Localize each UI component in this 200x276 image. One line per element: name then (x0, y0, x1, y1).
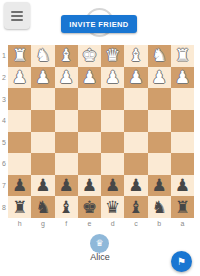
square-h2[interactable]: ♟ (8, 67, 31, 89)
square-c7[interactable]: ♟ (124, 175, 147, 197)
piece-br: ♜ (12, 199, 27, 216)
piece-bp: ♟ (128, 177, 143, 194)
piece-bp: ♟ (59, 177, 74, 194)
piece-wr: ♜ (12, 47, 27, 64)
rank-label-4: 4 (0, 110, 8, 132)
square-a6[interactable] (171, 153, 194, 175)
square-c4[interactable] (124, 110, 147, 132)
square-e4[interactable] (78, 110, 101, 132)
square-d7[interactable]: ♟ (101, 175, 124, 197)
square-a5[interactable] (171, 132, 194, 154)
piece-bp: ♟ (175, 177, 190, 194)
piece-wp: ♟ (128, 69, 143, 86)
square-f3[interactable] (55, 88, 78, 110)
player-avatar[interactable]: ♛ (90, 234, 109, 253)
square-e8[interactable]: ♚ (78, 196, 101, 218)
square-f8[interactable]: ♝ (55, 196, 78, 218)
square-g1[interactable]: ♞ (31, 45, 54, 67)
piece-bp: ♟ (82, 177, 97, 194)
square-e5[interactable] (78, 132, 101, 154)
piece-wb: ♝ (128, 47, 143, 64)
square-a7[interactable]: ♟ (171, 175, 194, 197)
square-f5[interactable] (55, 132, 78, 154)
square-b5[interactable] (148, 132, 171, 154)
piece-bb: ♝ (59, 199, 74, 216)
square-b7[interactable]: ♟ (148, 175, 171, 197)
square-f2[interactable]: ♟ (55, 67, 78, 89)
piece-bp: ♟ (35, 177, 50, 194)
menu-button[interactable] (4, 2, 30, 29)
square-g8[interactable]: ♞ (31, 196, 54, 218)
square-h1[interactable]: ♜ (8, 45, 31, 67)
square-b2[interactable]: ♟ (148, 67, 171, 89)
square-c3[interactable] (124, 88, 147, 110)
rank-label-3: 3 (0, 88, 8, 110)
square-a4[interactable] (171, 110, 194, 132)
square-h5[interactable] (8, 132, 31, 154)
square-g7[interactable]: ♟ (31, 175, 54, 197)
square-e6[interactable] (78, 153, 101, 175)
square-g5[interactable] (31, 132, 54, 154)
square-h3[interactable] (8, 88, 31, 110)
rank-label-8: 8 (0, 196, 8, 218)
square-a1[interactable]: ♜ (171, 45, 194, 67)
square-b6[interactable] (148, 153, 171, 175)
piece-bn: ♞ (35, 199, 50, 216)
square-f7[interactable]: ♟ (55, 175, 78, 197)
piece-bp: ♟ (105, 177, 120, 194)
piece-wp: ♟ (152, 69, 167, 86)
square-b3[interactable] (148, 88, 171, 110)
piece-wr: ♜ (175, 47, 190, 64)
square-c5[interactable] (124, 132, 147, 154)
square-c1[interactable]: ♝ (124, 45, 147, 67)
rank-label-5: 5 (0, 132, 8, 154)
square-g6[interactable] (31, 153, 54, 175)
file-label-e: e (78, 220, 101, 227)
piece-wb: ♝ (59, 47, 74, 64)
piece-bk: ♚ (82, 199, 97, 216)
square-c2[interactable]: ♟ (124, 67, 147, 89)
piece-wn: ♞ (35, 47, 50, 64)
file-label-h: h (8, 220, 31, 227)
file-labels: hgfedcba (8, 220, 194, 227)
square-a8[interactable]: ♜ (171, 196, 194, 218)
square-h6[interactable] (8, 153, 31, 175)
piece-wq: ♛ (105, 47, 120, 64)
piece-bp: ♟ (12, 177, 27, 194)
flag-fab-button[interactable]: ⚑ (171, 251, 192, 272)
square-f4[interactable] (55, 110, 78, 132)
square-d6[interactable] (101, 153, 124, 175)
square-d1[interactable]: ♛ (101, 45, 124, 67)
file-label-d: d (101, 220, 124, 227)
square-d4[interactable] (101, 110, 124, 132)
square-g2[interactable]: ♟ (31, 67, 54, 89)
square-b1[interactable]: ♞ (148, 45, 171, 67)
file-label-c: c (124, 220, 147, 227)
square-c8[interactable]: ♝ (124, 196, 147, 218)
hamburger-icon (11, 11, 23, 21)
square-e7[interactable]: ♟ (78, 175, 101, 197)
invite-friend-button[interactable]: INVITE FRIEND (61, 15, 137, 33)
flag-icon: ⚑ (177, 257, 186, 267)
rank-label-6: 6 (0, 153, 8, 175)
piece-bp: ♟ (152, 177, 167, 194)
chess-board: ♜♞♝♚♛♝♞♜♟♟♟♟♟♟♟♟♟♟♟♟♟♟♟♟♜♞♝♚♛♝♞♜ (8, 45, 194, 218)
square-g4[interactable] (31, 110, 54, 132)
square-h4[interactable] (8, 110, 31, 132)
piece-wk: ♚ (82, 47, 97, 64)
square-d2[interactable]: ♟ (101, 67, 124, 89)
square-a2[interactable]: ♟ (171, 67, 194, 89)
file-label-g: g (31, 220, 54, 227)
square-a3[interactable] (171, 88, 194, 110)
piece-wn: ♞ (152, 47, 167, 64)
file-label-b: b (148, 220, 171, 227)
square-h8[interactable]: ♜ (8, 196, 31, 218)
file-label-a: a (171, 220, 194, 227)
square-f1[interactable]: ♝ (55, 45, 78, 67)
square-b4[interactable] (148, 110, 171, 132)
file-label-f: f (55, 220, 78, 227)
square-d3[interactable] (101, 88, 124, 110)
square-d5[interactable] (101, 132, 124, 154)
piece-wp: ♟ (105, 69, 120, 86)
piece-wp: ♟ (175, 69, 190, 86)
crown-icon: ♛ (95, 239, 103, 248)
square-g3[interactable] (31, 88, 54, 110)
square-e2[interactable]: ♟ (78, 67, 101, 89)
piece-wp: ♟ (12, 69, 27, 86)
rank-labels: 12345678 (0, 45, 8, 218)
square-d8[interactable]: ♛ (101, 196, 124, 218)
piece-bn: ♞ (152, 199, 167, 216)
square-c6[interactable] (124, 153, 147, 175)
square-h7[interactable]: ♟ (8, 175, 31, 197)
piece-wp: ♟ (82, 69, 97, 86)
piece-wp: ♟ (59, 69, 74, 86)
piece-wp: ♟ (35, 69, 50, 86)
piece-br: ♜ (175, 199, 190, 216)
player-name: Alice (0, 252, 200, 262)
square-f6[interactable] (55, 153, 78, 175)
rank-label-7: 7 (0, 175, 8, 197)
square-e3[interactable] (78, 88, 101, 110)
square-e1[interactable]: ♚ (78, 45, 101, 67)
rank-label-2: 2 (0, 67, 8, 89)
piece-bb: ♝ (128, 199, 143, 216)
chess-app-screen: INVITE FRIEND 12345678 ♜♞♝♚♛♝♞♜♟♟♟♟♟♟♟♟♟… (0, 0, 200, 276)
square-b8[interactable]: ♞ (148, 196, 171, 218)
rank-label-1: 1 (0, 45, 8, 67)
piece-bq: ♛ (105, 199, 120, 216)
